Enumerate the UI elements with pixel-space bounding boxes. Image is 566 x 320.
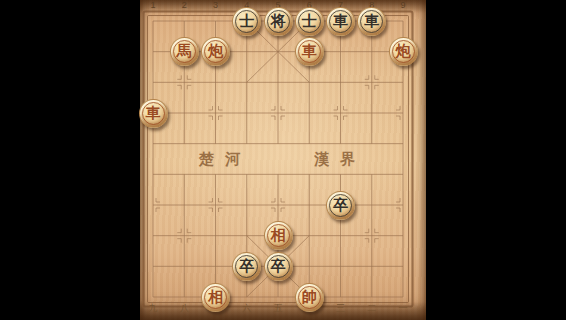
file-label-bottom-8: 二 <box>361 303 383 313</box>
piece-glyph: 炮 <box>208 44 223 59</box>
piece-red-chariot[interactable]: 車 <box>295 37 324 66</box>
piece-black-advisor[interactable]: 士 <box>232 7 261 36</box>
file-label-bottom-4: 六 <box>236 303 258 313</box>
piece-glyph: 車 <box>302 44 317 59</box>
file-label-bottom-9: 一 <box>392 303 414 313</box>
piece-black-chariot[interactable]: 車 <box>326 7 355 36</box>
piece-red-cannon[interactable]: 炮 <box>201 37 230 66</box>
file-label-bottom-5: 五 <box>267 303 289 313</box>
piece-glyph: 車 <box>364 14 379 29</box>
piece-black-soldier[interactable]: 卒 <box>232 252 261 281</box>
xiangqi-board[interactable]: 123456789 九八七六五四三二一 楚河 漢界 士将士車車馬炮車炮車卒相卒卒… <box>140 0 426 320</box>
file-label-top-2: 2 <box>173 0 195 10</box>
piece-glyph: 卒 <box>271 259 286 274</box>
piece-glyph: 車 <box>333 14 348 29</box>
file-label-bottom-7: 三 <box>330 303 352 313</box>
piece-glyph: 相 <box>271 228 286 243</box>
piece-black-advisor[interactable]: 士 <box>295 7 324 36</box>
piece-red-elephant[interactable]: 相 <box>201 283 230 312</box>
piece-glyph: 馬 <box>177 44 192 59</box>
river-label-han-jie: 漢界 <box>314 150 366 169</box>
piece-red-general[interactable]: 帥 <box>295 283 324 312</box>
river-label-chu-he: 楚河 <box>199 150 251 169</box>
piece-black-chariot[interactable]: 車 <box>357 7 386 36</box>
piece-black-soldier[interactable]: 卒 <box>264 252 293 281</box>
piece-red-cannon[interactable]: 炮 <box>389 37 418 66</box>
piece-red-chariot[interactable]: 車 <box>139 99 168 128</box>
file-label-top-9: 9 <box>392 0 414 10</box>
game-screen: 123456789 九八七六五四三二一 楚河 漢界 士将士車車馬炮車炮車卒相卒卒… <box>0 0 566 320</box>
file-label-top-1: 1 <box>142 0 164 10</box>
piece-glyph: 卒 <box>239 259 254 274</box>
file-label-bottom-2: 八 <box>173 303 195 313</box>
piece-glyph: 車 <box>146 106 161 121</box>
piece-glyph: 卒 <box>333 198 348 213</box>
piece-glyph: 炮 <box>396 44 411 59</box>
piece-glyph: 将 <box>271 14 286 29</box>
piece-black-soldier[interactable]: 卒 <box>326 191 355 220</box>
file-label-top-3: 3 <box>205 0 227 10</box>
piece-glyph: 士 <box>239 14 254 29</box>
piece-red-horse[interactable]: 馬 <box>170 37 199 66</box>
piece-red-elephant[interactable]: 相 <box>264 221 293 250</box>
file-label-bottom-1: 九 <box>142 303 164 313</box>
piece-glyph: 帥 <box>302 290 317 305</box>
piece-black-general[interactable]: 将 <box>264 7 293 36</box>
piece-glyph: 士 <box>302 14 317 29</box>
piece-glyph: 相 <box>208 290 223 305</box>
